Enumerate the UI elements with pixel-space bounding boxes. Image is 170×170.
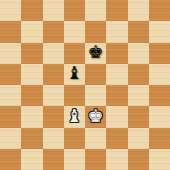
black-bishop[interactable]: ♝ — [66, 64, 82, 82]
square-g7[interactable] — [128, 21, 149, 42]
square-a4[interactable] — [0, 85, 21, 106]
square-h7[interactable] — [149, 21, 170, 42]
square-c5[interactable] — [43, 64, 64, 85]
square-e4[interactable] — [85, 85, 106, 106]
square-b3[interactable] — [21, 106, 42, 127]
square-g6[interactable] — [128, 43, 149, 64]
square-a8[interactable] — [0, 0, 21, 21]
white-king[interactable]: ♚ — [88, 107, 104, 125]
square-d4[interactable] — [64, 85, 85, 106]
square-d7[interactable] — [64, 21, 85, 42]
square-h6[interactable] — [149, 43, 170, 64]
square-e3[interactable]: ♚ — [85, 106, 106, 127]
square-b4[interactable] — [21, 85, 42, 106]
square-b7[interactable] — [21, 21, 42, 42]
white-bishop[interactable]: ♝ — [66, 107, 82, 125]
square-h5[interactable] — [149, 64, 170, 85]
square-d1[interactable] — [64, 149, 85, 170]
black-king[interactable]: ♚ — [88, 43, 104, 61]
square-e5[interactable] — [85, 64, 106, 85]
square-a6[interactable] — [0, 43, 21, 64]
square-f7[interactable] — [106, 21, 127, 42]
square-e6[interactable]: ♚ — [85, 43, 106, 64]
square-f2[interactable] — [106, 128, 127, 149]
square-c1[interactable] — [43, 149, 64, 170]
square-b8[interactable] — [21, 0, 42, 21]
square-a5[interactable] — [0, 64, 21, 85]
square-a3[interactable] — [0, 106, 21, 127]
square-d5[interactable]: ♝ — [64, 64, 85, 85]
square-g2[interactable] — [128, 128, 149, 149]
square-f4[interactable] — [106, 85, 127, 106]
square-a2[interactable] — [0, 128, 21, 149]
square-b5[interactable] — [21, 64, 42, 85]
square-c4[interactable] — [43, 85, 64, 106]
square-f1[interactable] — [106, 149, 127, 170]
square-g5[interactable] — [128, 64, 149, 85]
square-f3[interactable] — [106, 106, 127, 127]
square-d3[interactable]: ♝ — [64, 106, 85, 127]
square-e2[interactable] — [85, 128, 106, 149]
square-c6[interactable] — [43, 43, 64, 64]
square-c8[interactable] — [43, 0, 64, 21]
square-a7[interactable] — [0, 21, 21, 42]
square-f5[interactable] — [106, 64, 127, 85]
square-d8[interactable] — [64, 0, 85, 21]
chess-board: ♚♝♝♚ — [0, 0, 170, 170]
square-e7[interactable] — [85, 21, 106, 42]
square-c2[interactable] — [43, 128, 64, 149]
square-h1[interactable] — [149, 149, 170, 170]
square-d6[interactable] — [64, 43, 85, 64]
square-g4[interactable] — [128, 85, 149, 106]
square-b6[interactable] — [21, 43, 42, 64]
square-b2[interactable] — [21, 128, 42, 149]
square-g1[interactable] — [128, 149, 149, 170]
square-h3[interactable] — [149, 106, 170, 127]
square-e8[interactable] — [85, 0, 106, 21]
square-a1[interactable] — [0, 149, 21, 170]
square-e1[interactable] — [85, 149, 106, 170]
square-f8[interactable] — [106, 0, 127, 21]
square-b1[interactable] — [21, 149, 42, 170]
square-h8[interactable] — [149, 0, 170, 21]
square-h4[interactable] — [149, 85, 170, 106]
square-c3[interactable] — [43, 106, 64, 127]
square-d2[interactable] — [64, 128, 85, 149]
square-f6[interactable] — [106, 43, 127, 64]
square-g3[interactable] — [128, 106, 149, 127]
square-h2[interactable] — [149, 128, 170, 149]
square-g8[interactable] — [128, 0, 149, 21]
square-c7[interactable] — [43, 21, 64, 42]
